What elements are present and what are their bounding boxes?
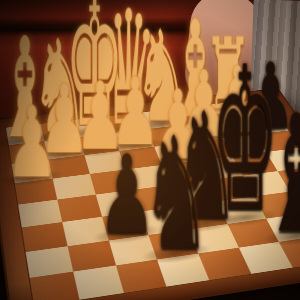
black-b-glyph: ♝: [263, 109, 300, 242]
black-n-glyph: ♞: [141, 132, 211, 260]
photo-scene: ♝♞♚♛♞♝♜♟♟♟♟♟♟♟♟♟♞♚♞♝: [0, 0, 300, 300]
chess-board[interactable]: ♝♞♚♛♞♝♜♟♟♟♟♟♟♟♟♟♞♚♞♝: [0, 88, 300, 300]
white-p-glyph: ♟: [6, 102, 59, 183]
